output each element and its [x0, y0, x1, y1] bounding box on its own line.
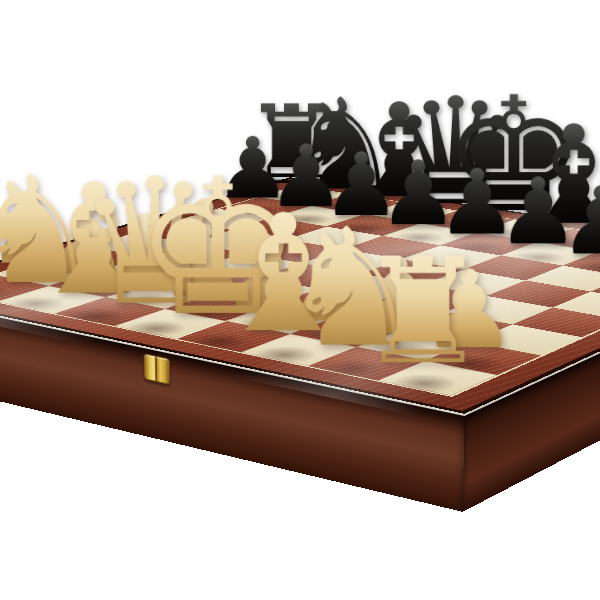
- white-rook-h1[interactable]: ♜: [357, 238, 488, 385]
- black-pawn-g7[interactable]: ♟: [559, 175, 600, 268]
- chess-board: ♜♞♝♛♚♝♞♜♟♟♟♟♟♟♟♟♟♟♟♟♟♟♟♟♜♞♝♛♚♝♞♜: [0, 177, 600, 414]
- square-h1[interactable]: ♜: [378, 361, 497, 396]
- perspective-scene: ♜♞♝♛♚♝♞♜♟♟♟♟♟♟♟♟♟♟♟♟♟♟♟♟♜♞♝♛♚♝♞♜: [0, 0, 600, 600]
- photo-backdrop: ♜♞♝♛♚♝♞♜♟♟♟♟♟♟♟♟♟♟♟♟♟♟♟♟♜♞♝♛♚♝♞♜: [0, 0, 600, 600]
- brass-clasp-seam[interactable]: [143, 353, 170, 385]
